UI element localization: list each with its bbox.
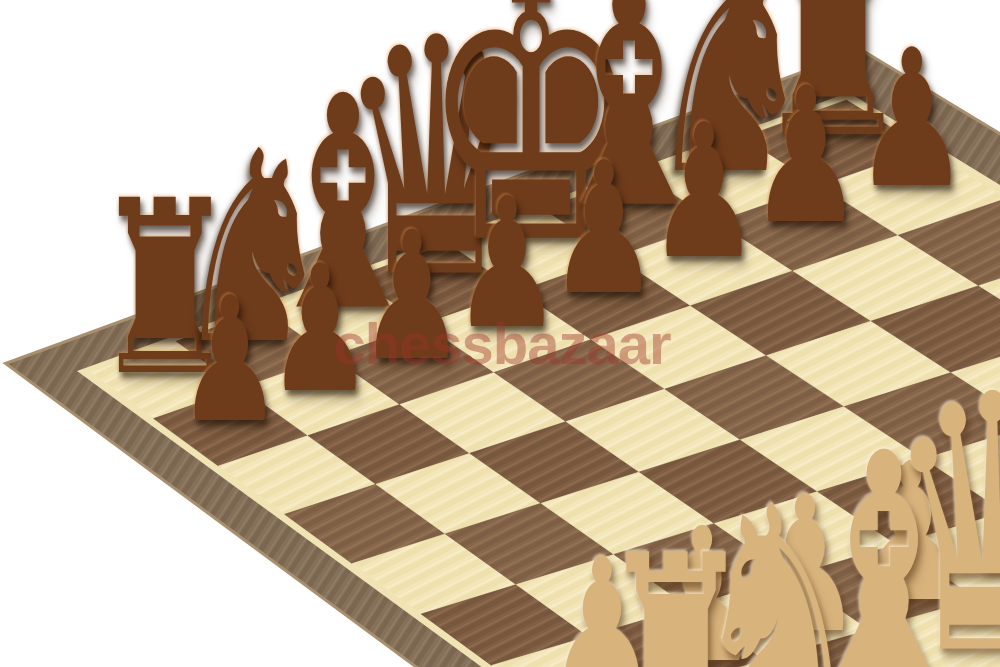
chess-set-product-photo: ♜♞♝♛♚♝♞♜♟♟♟♟♟♟♟♟♟♟♟♟♟♟♟♟♜♞♝♛♚♝♞♜ chessba… (0, 0, 1000, 667)
chess-board (0, 0, 1000, 667)
